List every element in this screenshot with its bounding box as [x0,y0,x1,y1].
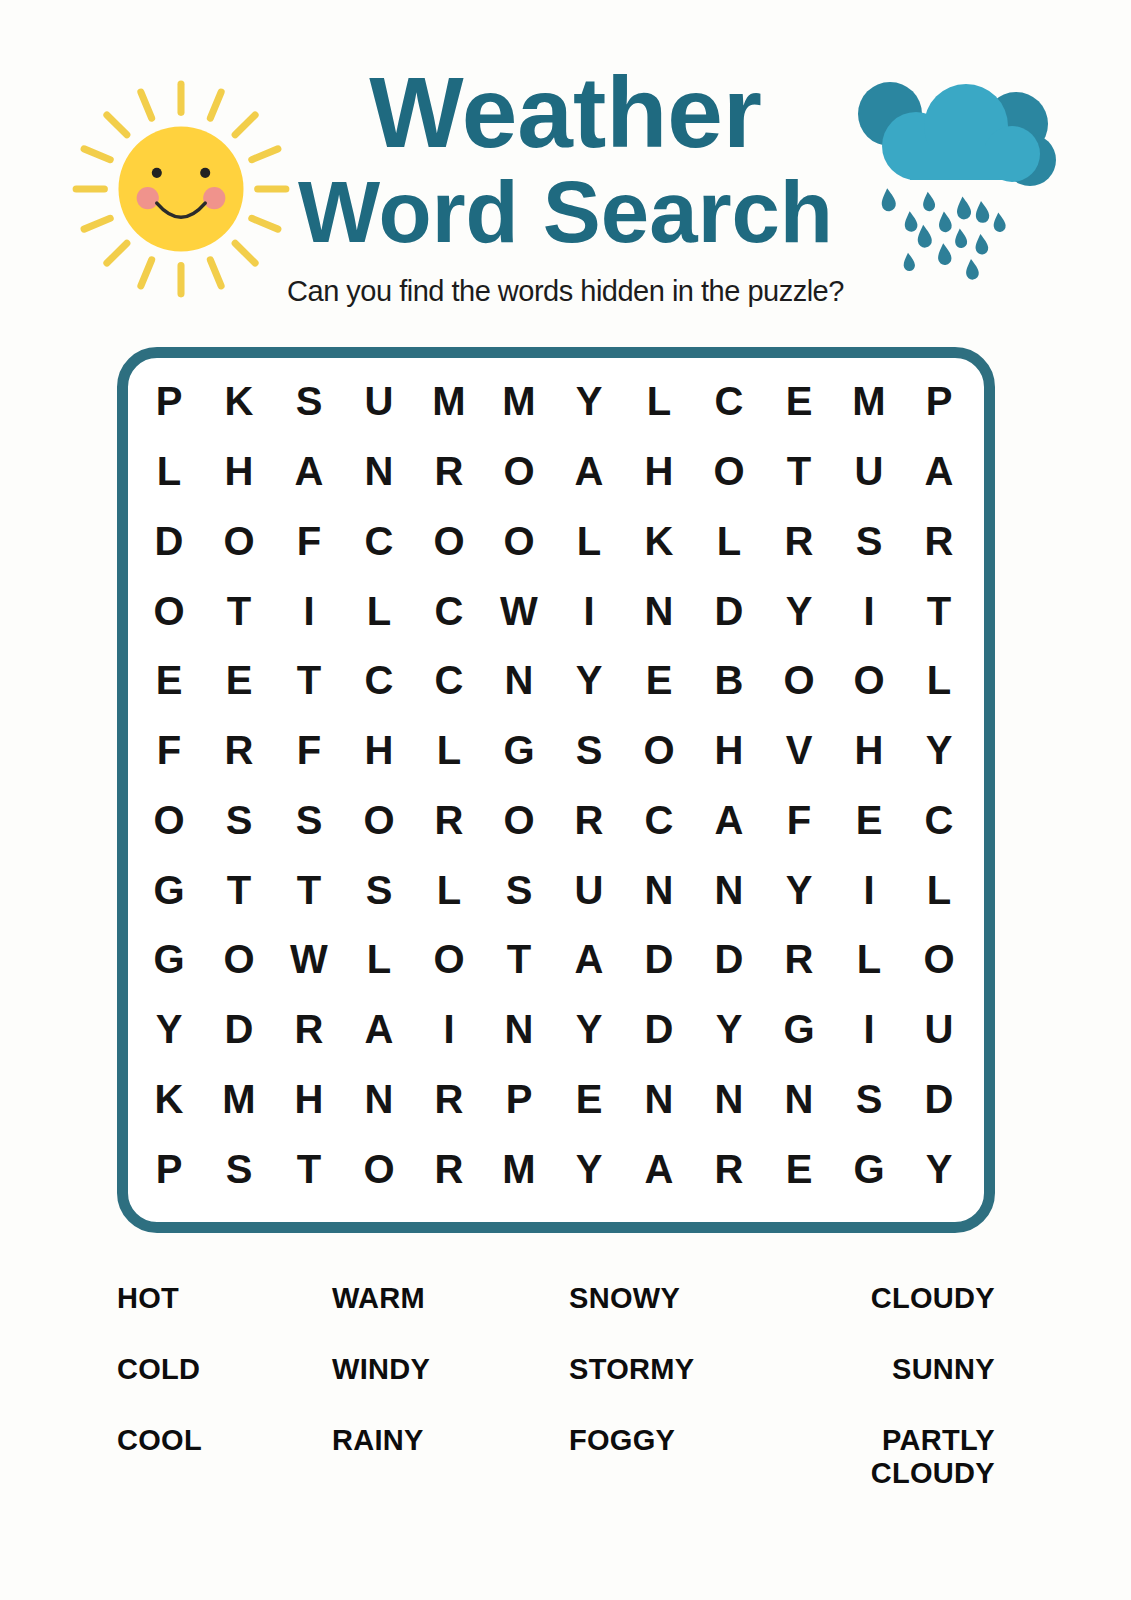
sun-cheek-left [137,187,159,209]
grid-cell-r11c12[interactable]: D [904,1065,974,1135]
grid-cell-r5c1[interactable]: E [134,646,204,716]
grid-cell-r5c2[interactable]: E [204,646,274,716]
grid-cell-r3c4[interactable]: C [344,507,414,577]
grid-cell-r8c10[interactable]: Y [764,855,834,925]
grid-cell-r1c12[interactable]: P [904,367,974,437]
grid-cell-r5c9[interactable]: B [694,646,764,716]
grid-cell-r3c9[interactable]: L [694,507,764,577]
grid-cell-r9c9[interactable]: D [694,925,764,995]
raindrops [880,176,1011,288]
grid-cell-r9c11[interactable]: L [834,925,904,995]
grid-cell-r9c1[interactable]: G [134,925,204,995]
grid-cell-r1c4[interactable]: U [344,367,414,437]
grid-cell-r12c10[interactable]: E [764,1134,834,1204]
grid-cell-r5c6[interactable]: N [484,646,554,716]
word-hot: HOT [117,1282,332,1315]
grid-cell-r1c1[interactable]: P [134,367,204,437]
worksheet-page: Weather Word Search [0,0,1131,1600]
grid-cell-r8c11[interactable]: I [834,855,904,925]
grid-cell-r4c8[interactable]: N [624,576,694,646]
word-sunny: SUNNY [819,1353,995,1386]
grid-cell-r5c3[interactable]: T [274,646,344,716]
grid-cell-r10c12[interactable]: U [904,995,974,1065]
grid-cell-r4c7[interactable]: I [554,576,624,646]
grid-cell-r10c3[interactable]: R [274,995,344,1065]
grid-cell-r12c5[interactable]: R [414,1134,484,1204]
grid-cell-r9c3[interactable]: W [274,925,344,995]
word-list: HOTWARMSNOWYCLOUDYCOLDWINDYSTORMYSUNNYCO… [117,1270,995,1490]
grid-cell-r6c8[interactable]: O [624,716,694,786]
grid-cell-r3c11[interactable]: S [834,507,904,577]
grid-cell-r5c5[interactable]: C [414,646,484,716]
grid-cell-r12c1[interactable]: P [134,1134,204,1204]
grid-cell-r10c11[interactable]: I [834,995,904,1065]
grid-cell-r2c9[interactable]: O [694,437,764,507]
grid-cell-r8c6[interactable]: S [484,855,554,925]
grid-cell-r2c2[interactable]: H [204,437,274,507]
grid-cell-r3c10[interactable]: R [764,507,834,577]
grid-cell-r5c7[interactable]: Y [554,646,624,716]
grid-cell-r4c5[interactable]: C [414,576,484,646]
grid-cell-r2c7[interactable]: A [554,437,624,507]
grid-cell-r5c11[interactable]: O [834,646,904,716]
word-partly-cloudy: PARTLY CLOUDY [819,1424,995,1490]
grid-cell-r10c2[interactable]: D [204,995,274,1065]
grid-cell-r4c12[interactable]: T [904,576,974,646]
grid-cell-r6c2[interactable]: R [204,716,274,786]
grid-cell-r8c2[interactable]: T [204,855,274,925]
grid-cell-r4c1[interactable]: O [134,576,204,646]
grid-cell-r7c3[interactable]: S [274,786,344,856]
grid-cell-r9c7[interactable]: A [554,925,624,995]
grid-cell-r3c1[interactable]: D [134,507,204,577]
word-cold: COLD [117,1353,332,1386]
rain-cloud-icon [819,72,1061,292]
grid-cell-r8c12[interactable]: L [904,855,974,925]
grid-cell-r1c9[interactable]: C [694,367,764,437]
grid-cell-r8c4[interactable]: S [344,855,414,925]
grid-cell-r2c6[interactable]: O [484,437,554,507]
grid-cell-r6c10[interactable]: V [764,716,834,786]
grid-cell-r1c5[interactable]: M [414,367,484,437]
grid-cell-r7c9[interactable]: A [694,786,764,856]
grid-cell-r1c8[interactable]: L [624,367,694,437]
word-search-panel: PKSUMMYLCEMPLHANROAHOTUADOFCOOLKLRSROTIL… [117,347,995,1233]
grid-cell-r3c8[interactable]: K [624,507,694,577]
grid-cell-r2c3[interactable]: A [274,437,344,507]
grid-cell-r2c8[interactable]: H [624,437,694,507]
grid-cell-r11c4[interactable]: N [344,1065,414,1135]
grid-cell-r6c5[interactable]: L [414,716,484,786]
word-foggy: FOGGY [569,1424,819,1490]
grid-cell-r7c8[interactable]: C [624,786,694,856]
word-windy: WINDY [332,1353,569,1386]
grid-cell-r1c6[interactable]: M [484,367,554,437]
grid-cell-r10c7[interactable]: Y [554,995,624,1065]
grid-cell-r2c10[interactable]: T [764,437,834,507]
grid-cell-r1c7[interactable]: Y [554,367,624,437]
grid-cell-r12c3[interactable]: T [274,1134,344,1204]
grid-cell-r2c11[interactable]: U [834,437,904,507]
grid-cell-r3c7[interactable]: L [554,507,624,577]
grid-cell-r7c12[interactable]: C [904,786,974,856]
grid-cell-r8c8[interactable]: N [624,855,694,925]
grid-cell-r7c10[interactable]: F [764,786,834,856]
grid-cell-r11c6[interactable]: P [484,1065,554,1135]
grid-cell-r11c7[interactable]: E [554,1065,624,1135]
grid-cell-r11c3[interactable]: H [274,1065,344,1135]
grid-cell-r10c8[interactable]: D [624,995,694,1065]
grid-cell-r3c5[interactable]: O [414,507,484,577]
grid-cell-r11c1[interactable]: K [134,1065,204,1135]
grid-cell-r2c1[interactable]: L [134,437,204,507]
grid-cell-r4c11[interactable]: I [834,576,904,646]
grid-cell-r12c8[interactable]: A [624,1134,694,1204]
grid-cell-r7c7[interactable]: R [554,786,624,856]
grid-cell-r10c10[interactable]: G [764,995,834,1065]
grid-cell-r2c5[interactable]: R [414,437,484,507]
grid-cell-r12c4[interactable]: O [344,1134,414,1204]
grid-cell-r10c6[interactable]: N [484,995,554,1065]
grid-cell-r3c2[interactable]: O [204,507,274,577]
grid-cell-r1c11[interactable]: M [834,367,904,437]
grid-cell-r11c8[interactable]: N [624,1065,694,1135]
grid-cell-r11c10[interactable]: N [764,1065,834,1135]
grid-cell-r1c2[interactable]: K [204,367,274,437]
grid-cell-r10c9[interactable]: Y [694,995,764,1065]
grid-cell-r1c3[interactable]: S [274,367,344,437]
grid-cell-r12c2[interactable]: S [204,1134,274,1204]
grid-cell-r4c2[interactable]: T [204,576,274,646]
grid-cell-r11c9[interactable]: N [694,1065,764,1135]
grid-cell-r12c12[interactable]: Y [904,1134,974,1204]
grid-cell-r6c12[interactable]: Y [904,716,974,786]
grid-cell-r9c4[interactable]: L [344,925,414,995]
grid-cell-r2c12[interactable]: A [904,437,974,507]
grid-cell-r6c6[interactable]: G [484,716,554,786]
grid-cell-r12c11[interactable]: G [834,1134,904,1204]
grid-cell-r9c12[interactable]: O [904,925,974,995]
grid-cell-r11c5[interactable]: R [414,1065,484,1135]
grid-cell-r6c4[interactable]: H [344,716,414,786]
grid-cell-r8c1[interactable]: G [134,855,204,925]
grid-cell-r11c2[interactable]: M [204,1065,274,1135]
word-snowy: SNOWY [569,1282,819,1315]
grid-cell-r3c6[interactable]: O [484,507,554,577]
grid-cell-r8c7[interactable]: U [554,855,624,925]
grid-cell-r10c4[interactable]: A [344,995,414,1065]
header: Weather Word Search [0,0,1131,345]
grid-cell-r7c5[interactable]: R [414,786,484,856]
grid-cell-r8c9[interactable]: N [694,855,764,925]
grid-cell-r1c10[interactable]: E [764,367,834,437]
word-stormy: STORMY [569,1353,819,1386]
word-cool: COOL [117,1424,332,1490]
grid-cell-r9c6[interactable]: T [484,925,554,995]
sun-face [118,126,243,251]
grid-cell-r7c4[interactable]: O [344,786,414,856]
grid-cell-r6c1[interactable]: F [134,716,204,786]
grid-cell-r4c10[interactable]: Y [764,576,834,646]
grid-cell-r4c3[interactable]: I [274,576,344,646]
word-warm: WARM [332,1282,569,1315]
grid-cell-r11c11[interactable]: S [834,1065,904,1135]
grid-cell-r8c3[interactable]: T [274,855,344,925]
grid-cell-r5c10[interactable]: O [764,646,834,716]
grid-cell-r6c3[interactable]: F [274,716,344,786]
grid-cell-r2c4[interactable]: N [344,437,414,507]
grid-cell-r3c3[interactable]: F [274,507,344,577]
grid-cell-r5c12[interactable]: L [904,646,974,716]
grid-cell-r7c1[interactable]: O [134,786,204,856]
grid-cell-r9c8[interactable]: D [624,925,694,995]
grid-cell-r8c5[interactable]: L [414,855,484,925]
sun-icon [60,68,302,310]
word-rainy: RAINY [332,1424,569,1490]
grid-cell-r4c9[interactable]: D [694,576,764,646]
grid-cell-r12c7[interactable]: Y [554,1134,624,1204]
grid-cell-r4c6[interactable]: W [484,576,554,646]
grid-cell-r3c12[interactable]: R [904,507,974,577]
grid-cell-r5c4[interactable]: C [344,646,414,716]
grid-cell-r7c2[interactable]: S [204,786,274,856]
word-cloudy: CLOUDY [819,1282,995,1315]
grid-cell-r5c8[interactable]: E [624,646,694,716]
grid-cell-r7c6[interactable]: O [484,786,554,856]
grid-cell-r12c6[interactable]: M [484,1134,554,1204]
grid-cell-r7c11[interactable]: E [834,786,904,856]
sun-eye-right [200,168,210,178]
grid-cell-r12c9[interactable]: R [694,1134,764,1204]
grid-cell-r6c9[interactable]: H [694,716,764,786]
sun-cheek-right [203,187,225,209]
sun-eye-left [152,168,162,178]
grid-cell-r10c1[interactable]: Y [134,995,204,1065]
grid-cell-r9c2[interactable]: O [204,925,274,995]
grid-cell-r6c11[interactable]: H [834,716,904,786]
grid-cell-r9c5[interactable]: O [414,925,484,995]
grid-cell-r6c7[interactable]: S [554,716,624,786]
grid-cell-r4c4[interactable]: L [344,576,414,646]
word-search-grid: PKSUMMYLCEMPLHANROAHOTUADOFCOOLKLRSROTIL… [134,367,974,1204]
grid-cell-r9c10[interactable]: R [764,925,834,995]
grid-cell-r10c5[interactable]: I [414,995,484,1065]
